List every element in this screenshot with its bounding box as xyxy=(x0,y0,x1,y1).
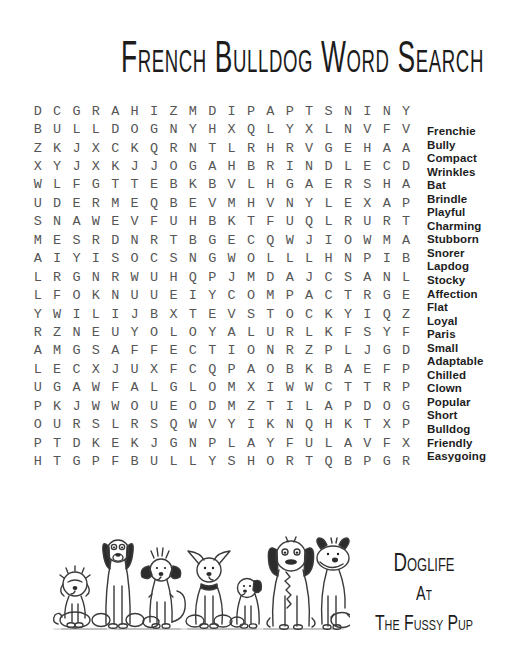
grid-cell[interactable]: H xyxy=(319,250,338,268)
grid-cell[interactable]: Z xyxy=(396,305,415,323)
grid-cell[interactable]: M xyxy=(47,342,66,360)
grid-cell[interactable]: H xyxy=(261,176,280,194)
grid-cell[interactable]: T xyxy=(125,176,144,194)
grid-cell[interactable]: M xyxy=(222,194,241,212)
grid-cell[interactable]: R xyxy=(377,213,396,231)
grid-cell[interactable]: N xyxy=(377,268,396,286)
grid-cell[interactable]: P xyxy=(396,194,415,212)
grid-cell[interactable]: Q xyxy=(144,194,163,212)
grid-cell[interactable]: A xyxy=(241,434,260,452)
grid-cell[interactable]: O xyxy=(125,250,144,268)
grid-cell[interactable]: Y xyxy=(261,434,280,452)
grid-cell[interactable]: W xyxy=(28,176,47,194)
grid-cell[interactable]: C xyxy=(319,379,338,397)
grid-cell[interactable]: U xyxy=(164,213,183,231)
grid-cell[interactable]: B xyxy=(125,452,144,470)
grid-cell[interactable]: U xyxy=(358,213,377,231)
grid-cell[interactable]: O xyxy=(144,323,163,341)
grid-cell[interactable]: G xyxy=(67,268,86,286)
grid-cell[interactable]: N xyxy=(299,157,318,175)
grid-cell[interactable]: L xyxy=(338,157,357,175)
grid-cell[interactable]: S xyxy=(144,415,163,433)
grid-cell[interactable]: L xyxy=(222,139,241,157)
grid-cell[interactable]: J xyxy=(299,231,318,249)
grid-cell[interactable]: A xyxy=(125,379,144,397)
grid-cell[interactable]: E xyxy=(106,213,125,231)
grid-cell[interactable]: B xyxy=(241,157,260,175)
grid-cell[interactable]: F xyxy=(106,379,125,397)
grid-cell[interactable]: P xyxy=(358,250,377,268)
grid-cell[interactable]: K xyxy=(319,323,338,341)
grid-cell[interactable]: V xyxy=(299,139,318,157)
grid-cell[interactable]: F xyxy=(125,342,144,360)
grid-cell[interactable]: U xyxy=(299,434,318,452)
grid-cell[interactable]: P xyxy=(396,360,415,378)
grid-cell[interactable]: R xyxy=(358,286,377,304)
grid-cell[interactable]: J xyxy=(67,397,86,415)
grid-cell[interactable]: F xyxy=(261,213,280,231)
grid-cell[interactable]: T xyxy=(261,397,280,415)
grid-cell[interactable]: J xyxy=(125,305,144,323)
grid-cell[interactable]: C xyxy=(183,360,202,378)
grid-cell[interactable]: H xyxy=(222,157,241,175)
grid-cell[interactable]: I xyxy=(261,379,280,397)
grid-cell[interactable]: S xyxy=(106,250,125,268)
grid-cell[interactable]: F xyxy=(377,360,396,378)
grid-cell[interactable]: D xyxy=(203,397,222,415)
grid-cell[interactable]: J xyxy=(358,342,377,360)
grid-cell[interactable]: M xyxy=(28,231,47,249)
grid-cell[interactable]: G xyxy=(377,286,396,304)
grid-cell[interactable]: A xyxy=(28,250,47,268)
grid-cell[interactable]: F xyxy=(377,120,396,138)
grid-cell[interactable]: S xyxy=(86,342,105,360)
grid-cell[interactable]: L xyxy=(28,360,47,378)
grid-cell[interactable]: R xyxy=(280,323,299,341)
grid-cell[interactable]: C xyxy=(67,360,86,378)
grid-cell[interactable]: X xyxy=(299,120,318,138)
grid-cell[interactable]: W xyxy=(86,397,105,415)
grid-cell[interactable]: F xyxy=(106,452,125,470)
grid-cell[interactable]: U xyxy=(125,360,144,378)
grid-cell[interactable]: P xyxy=(241,102,260,120)
grid-cell[interactable]: O xyxy=(280,305,299,323)
grid-cell[interactable]: D xyxy=(203,102,222,120)
grid-cell[interactable]: Y xyxy=(338,305,357,323)
grid-cell[interactable]: E xyxy=(67,194,86,212)
grid-cell[interactable]: Q xyxy=(164,415,183,433)
grid-cell[interactable]: A xyxy=(222,323,241,341)
grid-cell[interactable]: C xyxy=(319,286,338,304)
grid-cell[interactable]: E xyxy=(203,305,222,323)
grid-cell[interactable]: R xyxy=(261,157,280,175)
grid-cell[interactable]: C xyxy=(319,268,338,286)
grid-cell[interactable]: N xyxy=(164,120,183,138)
grid-cell[interactable]: K xyxy=(86,434,105,452)
grid-cell[interactable]: Y xyxy=(299,194,318,212)
grid-cell[interactable]: N xyxy=(47,213,66,231)
grid-cell[interactable]: A xyxy=(67,213,86,231)
grid-cell[interactable]: R xyxy=(396,452,415,470)
grid-cell[interactable]: N xyxy=(280,194,299,212)
grid-cell[interactable]: G xyxy=(47,379,66,397)
grid-cell[interactable]: F xyxy=(164,360,183,378)
grid-cell[interactable]: B xyxy=(280,360,299,378)
grid-cell[interactable]: T xyxy=(299,102,318,120)
grid-cell[interactable]: B xyxy=(164,176,183,194)
grid-cell[interactable]: F xyxy=(47,286,66,304)
grid-cell[interactable]: Y xyxy=(47,157,66,175)
grid-cell[interactable]: K xyxy=(47,139,66,157)
grid-cell[interactable]: W xyxy=(106,397,125,415)
grid-cell[interactable]: I xyxy=(319,231,338,249)
grid-cell[interactable]: A xyxy=(280,268,299,286)
grid-cell[interactable]: W xyxy=(86,379,105,397)
grid-cell[interactable]: L xyxy=(222,434,241,452)
grid-cell[interactable]: L xyxy=(261,120,280,138)
grid-cell[interactable]: D xyxy=(319,157,338,175)
grid-cell[interactable]: J xyxy=(299,268,318,286)
grid-cell[interactable]: B xyxy=(28,120,47,138)
grid-cell[interactable]: Z xyxy=(241,397,260,415)
grid-cell[interactable]: B xyxy=(203,176,222,194)
grid-cell[interactable]: I xyxy=(358,305,377,323)
grid-cell[interactable]: R xyxy=(241,139,260,157)
grid-cell[interactable]: A xyxy=(261,102,280,120)
grid-cell[interactable]: K xyxy=(125,434,144,452)
grid-cell[interactable]: N xyxy=(125,231,144,249)
grid-cell[interactable]: T xyxy=(183,305,202,323)
grid-cell[interactable]: N xyxy=(183,434,202,452)
grid-cell[interactable]: C xyxy=(241,231,260,249)
grid-cell[interactable]: D xyxy=(106,231,125,249)
grid-cell[interactable]: K xyxy=(261,415,280,433)
grid-cell[interactable]: S xyxy=(28,213,47,231)
grid-cell[interactable]: I xyxy=(222,102,241,120)
grid-cell[interactable]: I xyxy=(183,286,202,304)
grid-cell[interactable]: V xyxy=(222,176,241,194)
grid-cell[interactable]: I xyxy=(280,157,299,175)
grid-cell[interactable]: G xyxy=(280,176,299,194)
grid-cell[interactable]: R xyxy=(280,452,299,470)
grid-cell[interactable]: E xyxy=(164,342,183,360)
grid-cell[interactable]: A xyxy=(28,342,47,360)
grid-cell[interactable]: N xyxy=(86,268,105,286)
grid-cell[interactable]: L xyxy=(241,323,260,341)
grid-cell[interactable]: A xyxy=(299,286,318,304)
grid-cell[interactable]: E xyxy=(222,231,241,249)
grid-cell[interactable]: O xyxy=(203,379,222,397)
grid-cell[interactable]: G xyxy=(164,379,183,397)
grid-cell[interactable]: P xyxy=(358,452,377,470)
grid-cell[interactable]: Y xyxy=(396,102,415,120)
grid-cell[interactable]: L xyxy=(319,120,338,138)
grid-cell[interactable]: A xyxy=(106,102,125,120)
grid-cell[interactable]: Z xyxy=(299,342,318,360)
grid-cell[interactable]: T xyxy=(203,139,222,157)
grid-cell[interactable]: D xyxy=(358,397,377,415)
grid-cell[interactable]: M xyxy=(377,231,396,249)
grid-cell[interactable]: Z xyxy=(47,323,66,341)
grid-cell[interactable]: T xyxy=(203,342,222,360)
grid-cell[interactable]: A xyxy=(396,139,415,157)
grid-cell[interactable]: E xyxy=(164,397,183,415)
grid-cell[interactable]: Y xyxy=(377,323,396,341)
grid-cell[interactable]: A xyxy=(319,397,338,415)
grid-cell[interactable]: L xyxy=(319,213,338,231)
grid-cell[interactable]: J xyxy=(222,268,241,286)
grid-cell[interactable]: N xyxy=(377,102,396,120)
grid-cell[interactable]: O xyxy=(183,323,202,341)
grid-cell[interactable]: R xyxy=(86,231,105,249)
grid-cell[interactable]: G xyxy=(377,342,396,360)
grid-cell[interactable]: E xyxy=(338,139,357,157)
grid-cell[interactable]: M xyxy=(261,286,280,304)
grid-cell[interactable]: G xyxy=(377,452,396,470)
grid-cell[interactable]: L xyxy=(67,120,86,138)
grid-cell[interactable]: G xyxy=(67,342,86,360)
grid-cell[interactable]: X xyxy=(86,360,105,378)
grid-cell[interactable]: M xyxy=(241,268,260,286)
grid-cell[interactable]: W xyxy=(47,305,66,323)
grid-cell[interactable]: O xyxy=(125,120,144,138)
grid-cell[interactable]: F xyxy=(67,176,86,194)
grid-cell[interactable]: B xyxy=(183,231,202,249)
grid-cell[interactable]: L xyxy=(396,268,415,286)
grid-cell[interactable]: Q xyxy=(203,360,222,378)
grid-cell[interactable]: G xyxy=(144,120,163,138)
grid-cell[interactable]: L xyxy=(86,120,105,138)
grid-cell[interactable]: R xyxy=(106,268,125,286)
grid-cell[interactable]: O xyxy=(261,452,280,470)
grid-cell[interactable]: C xyxy=(377,157,396,175)
grid-cell[interactable]: Q xyxy=(319,452,338,470)
grid-cell[interactable]: A xyxy=(377,139,396,157)
grid-cell[interactable]: F xyxy=(144,213,163,231)
grid-cell[interactable]: S xyxy=(164,250,183,268)
grid-cell[interactable]: I xyxy=(222,342,241,360)
grid-cell[interactable]: L xyxy=(319,194,338,212)
grid-cell[interactable]: T xyxy=(106,176,125,194)
grid-cell[interactable]: X xyxy=(86,157,105,175)
grid-cell[interactable]: H xyxy=(125,102,144,120)
grid-cell[interactable]: W xyxy=(280,231,299,249)
grid-cell[interactable]: T xyxy=(358,379,377,397)
grid-cell[interactable]: X xyxy=(396,434,415,452)
grid-cell[interactable]: J xyxy=(106,360,125,378)
grid-cell[interactable]: L xyxy=(183,452,202,470)
grid-cell[interactable]: L xyxy=(47,176,66,194)
grid-cell[interactable]: Y xyxy=(222,415,241,433)
grid-cell[interactable]: L xyxy=(164,452,183,470)
grid-cell[interactable]: L xyxy=(106,415,125,433)
grid-cell[interactable]: O xyxy=(377,397,396,415)
grid-cell[interactable]: V xyxy=(203,415,222,433)
grid-cell[interactable]: G xyxy=(164,434,183,452)
grid-cell[interactable]: G xyxy=(203,231,222,249)
grid-cell[interactable]: W xyxy=(183,415,202,433)
grid-cell[interactable]: P xyxy=(28,397,47,415)
grid-cell[interactable]: K xyxy=(47,397,66,415)
grid-cell[interactable]: Y xyxy=(203,452,222,470)
grid-cell[interactable]: L xyxy=(261,250,280,268)
grid-cell[interactable]: T xyxy=(338,286,357,304)
grid-cell[interactable]: P xyxy=(338,397,357,415)
grid-cell[interactable]: H xyxy=(261,139,280,157)
grid-cell[interactable]: Q xyxy=(261,231,280,249)
grid-cell[interactable]: Z xyxy=(164,102,183,120)
grid-cell[interactable]: K xyxy=(106,157,125,175)
grid-cell[interactable]: O xyxy=(183,397,202,415)
grid-cell[interactable]: L xyxy=(299,250,318,268)
grid-cell[interactable]: L xyxy=(319,434,338,452)
grid-cell[interactable]: M xyxy=(222,397,241,415)
grid-cell[interactable]: I xyxy=(280,397,299,415)
grid-cell[interactable]: T xyxy=(299,452,318,470)
grid-cell[interactable]: O xyxy=(261,360,280,378)
grid-cell[interactable]: Q xyxy=(183,268,202,286)
grid-cell[interactable]: C xyxy=(47,102,66,120)
grid-cell[interactable]: I xyxy=(144,102,163,120)
grid-cell[interactable]: D xyxy=(396,157,415,175)
grid-cell[interactable]: O xyxy=(241,250,260,268)
grid-cell[interactable]: J xyxy=(144,157,163,175)
grid-cell[interactable]: B xyxy=(396,250,415,268)
grid-cell[interactable]: J xyxy=(125,157,144,175)
grid-cell[interactable]: H xyxy=(377,176,396,194)
grid-cell[interactable]: F xyxy=(144,342,163,360)
grid-cell[interactable]: B xyxy=(144,305,163,323)
grid-cell[interactable]: R xyxy=(280,342,299,360)
grid-cell[interactable]: U xyxy=(144,452,163,470)
grid-cell[interactable]: X xyxy=(28,157,47,175)
grid-cell[interactable]: R xyxy=(86,102,105,120)
grid-cell[interactable]: E xyxy=(183,194,202,212)
grid-cell[interactable]: S xyxy=(358,323,377,341)
grid-cell[interactable]: U xyxy=(144,286,163,304)
grid-cell[interactable]: H xyxy=(241,194,260,212)
grid-cell[interactable]: E xyxy=(144,176,163,194)
grid-cell[interactable]: P xyxy=(86,452,105,470)
grid-cell[interactable]: S xyxy=(86,415,105,433)
grid-cell[interactable]: L xyxy=(280,250,299,268)
grid-cell[interactable]: O xyxy=(241,286,260,304)
grid-cell[interactable]: Y xyxy=(28,305,47,323)
grid-cell[interactable]: L xyxy=(28,286,47,304)
grid-cell[interactable]: U xyxy=(144,397,163,415)
grid-cell[interactable]: I xyxy=(67,305,86,323)
grid-cell[interactable]: G xyxy=(67,102,86,120)
grid-cell[interactable]: K xyxy=(222,213,241,231)
grid-cell[interactable]: V xyxy=(358,434,377,452)
grid-cell[interactable]: T xyxy=(164,231,183,249)
grid-cell[interactable]: Y xyxy=(67,250,86,268)
grid-cell[interactable]: O xyxy=(67,286,86,304)
grid-cell[interactable]: W xyxy=(280,379,299,397)
grid-cell[interactable]: J xyxy=(144,434,163,452)
grid-cell[interactable]: L xyxy=(86,305,105,323)
grid-cell[interactable]: D xyxy=(67,434,86,452)
grid-cell[interactable]: K xyxy=(299,360,318,378)
grid-cell[interactable]: D xyxy=(28,102,47,120)
grid-cell[interactable]: K xyxy=(183,176,202,194)
grid-cell[interactable]: W xyxy=(86,213,105,231)
grid-cell[interactable]: Q xyxy=(299,213,318,231)
grid-cell[interactable]: F xyxy=(280,434,299,452)
grid-cell[interactable]: K xyxy=(319,305,338,323)
grid-cell[interactable]: A xyxy=(358,268,377,286)
grid-cell[interactable]: L xyxy=(28,268,47,286)
grid-cell[interactable]: N xyxy=(280,415,299,433)
grid-cell[interactable]: P xyxy=(280,286,299,304)
grid-cell[interactable]: F xyxy=(396,323,415,341)
grid-cell[interactable]: W xyxy=(222,250,241,268)
grid-cell[interactable]: Q xyxy=(377,305,396,323)
grid-cell[interactable]: N xyxy=(338,250,357,268)
grid-cell[interactable]: X xyxy=(86,139,105,157)
grid-cell[interactable]: R xyxy=(164,139,183,157)
grid-cell[interactable]: O xyxy=(28,415,47,433)
grid-cell[interactable]: P xyxy=(203,268,222,286)
grid-cell[interactable]: N xyxy=(183,250,202,268)
grid-cell[interactable]: U xyxy=(106,323,125,341)
grid-cell[interactable]: X xyxy=(241,379,260,397)
grid-cell[interactable]: P xyxy=(319,342,338,360)
grid-cell[interactable]: H xyxy=(358,139,377,157)
grid-cell[interactable]: Y xyxy=(203,286,222,304)
grid-cell[interactable]: L xyxy=(164,323,183,341)
grid-cell[interactable]: U xyxy=(280,213,299,231)
grid-cell[interactable]: S xyxy=(319,102,338,120)
grid-cell[interactable]: L xyxy=(299,397,318,415)
grid-cell[interactable]: A xyxy=(106,342,125,360)
grid-cell[interactable]: A xyxy=(396,231,415,249)
grid-cell[interactable]: V xyxy=(396,120,415,138)
grid-cell[interactable]: Y xyxy=(183,120,202,138)
grid-cell[interactable]: C xyxy=(222,286,241,304)
grid-cell[interactable]: K xyxy=(125,139,144,157)
grid-cell[interactable]: X xyxy=(377,415,396,433)
grid-cell[interactable]: Z xyxy=(28,139,47,157)
grid-cell[interactable]: L xyxy=(299,323,318,341)
grid-cell[interactable]: X xyxy=(164,305,183,323)
grid-cell[interactable]: X xyxy=(358,194,377,212)
grid-cell[interactable]: I xyxy=(241,415,260,433)
grid-cell[interactable]: K xyxy=(338,415,357,433)
grid-cell[interactable]: S xyxy=(241,305,260,323)
grid-cell[interactable]: M xyxy=(106,194,125,212)
grid-cell[interactable]: I xyxy=(106,305,125,323)
grid-cell[interactable]: S xyxy=(222,452,241,470)
grid-cell[interactable]: A xyxy=(203,157,222,175)
grid-cell[interactable]: L xyxy=(338,342,357,360)
grid-cell[interactable]: N xyxy=(261,342,280,360)
grid-cell[interactable]: R xyxy=(86,194,105,212)
grid-cell[interactable]: R xyxy=(28,323,47,341)
grid-cell[interactable]: R xyxy=(280,139,299,157)
grid-cell[interactable]: M xyxy=(183,102,202,120)
grid-cell[interactable]: J xyxy=(67,139,86,157)
grid-cell[interactable]: R xyxy=(338,213,357,231)
grid-cell[interactable]: C xyxy=(183,342,202,360)
grid-cell[interactable]: F xyxy=(377,434,396,452)
grid-cell[interactable]: U xyxy=(47,415,66,433)
grid-cell[interactable]: G xyxy=(86,176,105,194)
grid-cell[interactable]: H xyxy=(319,415,338,433)
grid-cell[interactable]: I xyxy=(47,250,66,268)
grid-cell[interactable]: P xyxy=(203,434,222,452)
grid-cell[interactable]: S xyxy=(338,268,357,286)
